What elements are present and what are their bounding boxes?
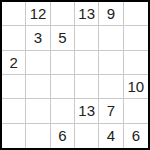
clue-cell-r1c4: 13: [75, 2, 99, 26]
clue-cell-r5c5: 7: [99, 99, 123, 123]
empty-cell-r4c2[interactable]: [26, 75, 50, 99]
empty-cell-r2c1[interactable]: [2, 26, 26, 50]
clue-cell-r6c6: 6: [124, 124, 148, 148]
empty-cell-r5c2[interactable]: [26, 99, 50, 123]
empty-cell-r2c4[interactable]: [75, 26, 99, 50]
empty-cell-r5c6[interactable]: [124, 99, 148, 123]
clue-cell-r3c1: 2: [2, 51, 26, 75]
clue-cell-r1c5: 9: [99, 2, 123, 26]
empty-cell-r3c6[interactable]: [124, 51, 148, 75]
puzzle-board: 1213935210137646: [0, 0, 150, 150]
empty-cell-r2c6[interactable]: [124, 26, 148, 50]
empty-cell-r5c3[interactable]: [51, 99, 75, 123]
clue-cell-r2c3: 5: [51, 26, 75, 50]
empty-cell-r1c6[interactable]: [124, 2, 148, 26]
clue-cell-r5c4: 13: [75, 99, 99, 123]
clue-cell-r1c2: 12: [26, 2, 50, 26]
empty-cell-r4c4[interactable]: [75, 75, 99, 99]
empty-cell-r1c3[interactable]: [51, 2, 75, 26]
empty-cell-r1c1[interactable]: [2, 2, 26, 26]
empty-cell-r6c1[interactable]: [2, 124, 26, 148]
empty-cell-r5c1[interactable]: [2, 99, 26, 123]
clue-cell-r6c5: 4: [99, 124, 123, 148]
empty-cell-r6c2[interactable]: [26, 124, 50, 148]
empty-cell-r6c4[interactable]: [75, 124, 99, 148]
empty-cell-r4c1[interactable]: [2, 75, 26, 99]
empty-cell-r3c2[interactable]: [26, 51, 50, 75]
empty-cell-r3c5[interactable]: [99, 51, 123, 75]
empty-cell-r3c4[interactable]: [75, 51, 99, 75]
clue-cell-r4c6: 10: [124, 75, 148, 99]
empty-cell-r4c3[interactable]: [51, 75, 75, 99]
empty-cell-r3c3[interactable]: [51, 51, 75, 75]
empty-cell-r4c5[interactable]: [99, 75, 123, 99]
clue-cell-r6c3: 6: [51, 124, 75, 148]
clue-cell-r2c2: 3: [26, 26, 50, 50]
empty-cell-r2c5[interactable]: [99, 26, 123, 50]
